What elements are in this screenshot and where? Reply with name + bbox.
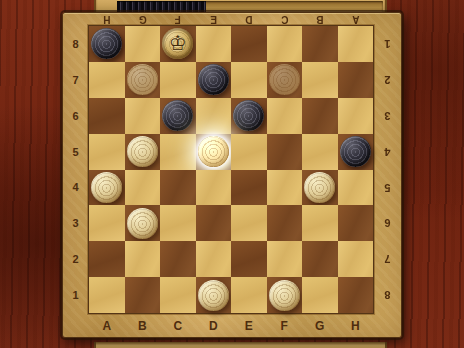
- rank-label-left-6: 6: [63, 98, 88, 134]
- file-label-bottom-a: A: [89, 314, 125, 338]
- square-e1[interactable]: [231, 277, 267, 313]
- square-g6[interactable]: [302, 98, 338, 134]
- rank-label-right-7: 7: [373, 241, 402, 277]
- square-d6[interactable]: [196, 98, 232, 134]
- file-label-bottom-f: F: [267, 314, 303, 338]
- square-b1[interactable]: [125, 277, 161, 313]
- square-d7[interactable]: [196, 62, 232, 98]
- square-d4[interactable]: [196, 170, 232, 206]
- piece-white-man-d5-selected-glow[interactable]: [198, 136, 229, 167]
- square-a4[interactable]: [89, 170, 125, 206]
- rank-label-right-5: 5: [373, 170, 402, 206]
- square-h1[interactable]: [338, 277, 374, 313]
- rank-label-right-3: 3: [373, 98, 402, 134]
- rank-label-right-6: 6: [373, 205, 402, 241]
- piece-white-man-a4[interactable]: [91, 172, 122, 203]
- square-e7[interactable]: [231, 62, 267, 98]
- square-a7[interactable]: [89, 62, 125, 98]
- piece-white-man-d1[interactable]: [198, 280, 229, 311]
- captured-tray-groove: [117, 1, 383, 12]
- square-d1[interactable]: [196, 277, 232, 313]
- square-b2[interactable]: [125, 241, 161, 277]
- square-c6[interactable]: [160, 98, 196, 134]
- square-g2[interactable]: [302, 241, 338, 277]
- square-c7[interactable]: [160, 62, 196, 98]
- square-c2[interactable]: [160, 241, 196, 277]
- square-b4[interactable]: [125, 170, 161, 206]
- board-grid: ♔: [89, 26, 373, 313]
- rank-label-left-7: 7: [63, 62, 88, 98]
- square-c1[interactable]: [160, 277, 196, 313]
- rank-labels-left: 87654321: [63, 26, 88, 313]
- piece-black-man-c6[interactable]: [162, 100, 193, 131]
- square-a8[interactable]: [89, 26, 125, 62]
- square-f5[interactable]: [267, 134, 303, 170]
- square-b6[interactable]: [125, 98, 161, 134]
- file-labels-bottom: ABCDEFGH: [89, 314, 373, 338]
- square-g5[interactable]: [302, 134, 338, 170]
- file-label-bottom-b: B: [125, 314, 161, 338]
- checkers-board: HGFEDCBA ABCDEFGH 87654321 12345678 ♔: [62, 12, 402, 338]
- rank-label-left-8: 8: [63, 26, 88, 62]
- piece-white-man-b3[interactable]: [127, 208, 158, 239]
- square-c3[interactable]: [160, 205, 196, 241]
- rank-labels-right: 12345678: [373, 26, 402, 313]
- rank-label-left-2: 2: [63, 241, 88, 277]
- file-label-bottom-d: D: [196, 314, 232, 338]
- square-h2[interactable]: [338, 241, 374, 277]
- piece-white-man-f1[interactable]: [269, 280, 300, 311]
- file-label-top-h: H: [89, 13, 125, 26]
- square-e5[interactable]: [231, 134, 267, 170]
- square-g8[interactable]: [302, 26, 338, 62]
- square-b3[interactable]: [125, 205, 161, 241]
- square-e6[interactable]: [231, 98, 267, 134]
- file-label-top-f: F: [160, 13, 196, 26]
- square-d3[interactable]: [196, 205, 232, 241]
- square-h6[interactable]: [338, 98, 374, 134]
- square-a3[interactable]: [89, 205, 125, 241]
- file-label-bottom-g: G: [302, 314, 338, 338]
- square-a1[interactable]: [89, 277, 125, 313]
- square-e8[interactable]: [231, 26, 267, 62]
- rank-label-left-4: 4: [63, 170, 88, 206]
- square-h8[interactable]: [338, 26, 374, 62]
- table-surface: HGFEDCBA ABCDEFGH 87654321 12345678 ♔: [0, 0, 464, 348]
- piece-black-man-h5[interactable]: [340, 136, 371, 167]
- rank-label-right-2: 2: [373, 62, 402, 98]
- square-g1[interactable]: [302, 277, 338, 313]
- file-label-top-g: G: [125, 13, 161, 26]
- captured-black-pieces-edge-on: [117, 1, 206, 12]
- piece-white-man-g4[interactable]: [304, 172, 335, 203]
- square-a5[interactable]: [89, 134, 125, 170]
- square-h7[interactable]: [338, 62, 374, 98]
- file-label-top-b: B: [302, 13, 338, 26]
- square-b5[interactable]: [125, 134, 161, 170]
- file-label-bottom-h: H: [338, 314, 374, 338]
- rank-label-left-5: 5: [63, 134, 88, 170]
- square-f8[interactable]: [267, 26, 303, 62]
- square-f3[interactable]: [267, 205, 303, 241]
- rank-label-left-1: 1: [63, 277, 88, 313]
- file-labels-top: HGFEDCBA: [89, 13, 373, 26]
- square-g7[interactable]: [302, 62, 338, 98]
- piece-white-man-f7-ghost-preview[interactable]: [269, 64, 300, 95]
- rank-label-right-4: 4: [373, 134, 402, 170]
- file-label-top-a: A: [338, 13, 374, 26]
- square-c5[interactable]: [160, 134, 196, 170]
- rank-label-left-3: 3: [63, 205, 88, 241]
- file-label-top-c: C: [267, 13, 303, 26]
- square-d8[interactable]: [196, 26, 232, 62]
- square-h3[interactable]: [338, 205, 374, 241]
- piece-black-man-e6[interactable]: [233, 100, 264, 131]
- captured-tray-bottom: [94, 342, 387, 348]
- square-f7[interactable]: [267, 62, 303, 98]
- square-f4[interactable]: [267, 170, 303, 206]
- square-e2[interactable]: [231, 241, 267, 277]
- square-a6[interactable]: [89, 98, 125, 134]
- rank-label-right-8: 8: [373, 277, 402, 313]
- square-c4[interactable]: [160, 170, 196, 206]
- square-a2[interactable]: [89, 241, 125, 277]
- square-b8[interactable]: [125, 26, 161, 62]
- file-label-top-e: E: [196, 13, 232, 26]
- piece-black-man-d7[interactable]: [198, 64, 229, 95]
- piece-black-man-a8[interactable]: [91, 28, 122, 59]
- file-label-bottom-c: C: [160, 314, 196, 338]
- file-label-bottom-e: E: [231, 314, 267, 338]
- square-f6[interactable]: [267, 98, 303, 134]
- square-d2[interactable]: [196, 241, 232, 277]
- square-g4[interactable]: [302, 170, 338, 206]
- square-e3[interactable]: [231, 205, 267, 241]
- rank-label-right-1: 1: [373, 26, 402, 62]
- king-crown-icon: ♔: [169, 33, 187, 53]
- square-h5[interactable]: [338, 134, 374, 170]
- piece-white-king-c8[interactable]: ♔: [162, 28, 193, 59]
- square-g3[interactable]: [302, 205, 338, 241]
- square-f2[interactable]: [267, 241, 303, 277]
- file-label-top-d: D: [231, 13, 267, 26]
- square-b7[interactable]: [125, 62, 161, 98]
- square-e4[interactable]: [231, 170, 267, 206]
- piece-white-man-b7-ghost-preview[interactable]: [127, 64, 158, 95]
- square-h4[interactable]: [338, 170, 374, 206]
- square-c8[interactable]: ♔: [160, 26, 196, 62]
- square-f1[interactable]: [267, 277, 303, 313]
- piece-white-man-b5[interactable]: [127, 136, 158, 167]
- square-d5[interactable]: [196, 134, 232, 170]
